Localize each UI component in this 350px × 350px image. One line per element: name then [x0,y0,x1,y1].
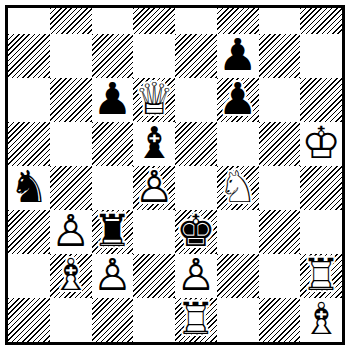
square-a6[interactable] [8,78,50,122]
square-c7[interactable] [92,34,134,78]
square-h3[interactable] [300,210,342,254]
white-bishop-icon: ♗ [301,297,340,341]
square-e4[interactable] [175,166,217,210]
black-pawn-icon: ♟ [93,77,132,121]
square-e1[interactable]: ♜♖ [175,298,217,342]
square-g8[interactable] [259,8,301,34]
piece-white-pawn[interactable]: ♟♙ [50,210,92,254]
square-c6[interactable]: ♟♟ [92,78,134,122]
piece-white-rook[interactable]: ♜♖ [300,254,342,298]
square-g4[interactable] [259,166,301,210]
square-d5[interactable]: ♝♝ [133,122,175,166]
chess-diagram: ♟♟♟♟♛♕♟♟♝♝♚♔♞♞♟♙♞♘♟♙♜♜♚♚♝♗♟♙♟♙♜♖♜♖♝♗ [0,0,350,350]
square-d7[interactable] [133,34,175,78]
white-queen-icon: ♕ [134,77,173,121]
square-e5[interactable] [175,122,217,166]
square-d6[interactable]: ♛♕ [133,78,175,122]
white-pawn-icon: ♙ [51,209,90,253]
square-g1[interactable] [259,298,301,342]
square-f3[interactable] [217,210,259,254]
square-c8[interactable] [92,8,134,34]
square-g7[interactable] [259,34,301,78]
square-c2[interactable]: ♟♙ [92,254,134,298]
square-d3[interactable] [133,210,175,254]
square-a3[interactable] [8,210,50,254]
white-pawn-icon: ♙ [176,253,215,297]
piece-black-bishop[interactable]: ♝♝ [133,122,175,166]
piece-black-rook[interactable]: ♜♜ [92,210,134,254]
piece-black-pawn[interactable]: ♟♟ [217,78,259,122]
square-h4[interactable] [300,166,342,210]
square-d1[interactable] [133,298,175,342]
square-e8[interactable] [175,8,217,34]
square-f7[interactable]: ♟♟ [217,34,259,78]
square-a2[interactable] [8,254,50,298]
piece-black-knight[interactable]: ♞♞ [8,166,50,210]
square-b4[interactable] [50,166,92,210]
square-g6[interactable] [259,78,301,122]
piece-white-pawn[interactable]: ♟♙ [175,254,217,298]
square-b7[interactable] [50,34,92,78]
square-c1[interactable] [92,298,134,342]
square-b5[interactable] [50,122,92,166]
piece-white-queen[interactable]: ♛♕ [133,78,175,122]
square-f6[interactable]: ♟♟ [217,78,259,122]
black-rook-icon: ♜ [93,209,132,253]
square-a7[interactable] [8,34,50,78]
chessboard: ♟♟♟♟♛♕♟♟♝♝♚♔♞♞♟♙♞♘♟♙♜♜♚♚♝♗♟♙♟♙♜♖♜♖♝♗ [8,8,342,342]
chessboard-frame: ♟♟♟♟♛♕♟♟♝♝♚♔♞♞♟♙♞♘♟♙♜♜♚♚♝♗♟♙♟♙♜♖♜♖♝♗ [5,5,345,345]
square-h6[interactable] [300,78,342,122]
piece-white-pawn[interactable]: ♟♙ [92,254,134,298]
square-h5[interactable]: ♚♔ [300,122,342,166]
square-h7[interactable] [300,34,342,78]
square-e2[interactable]: ♟♙ [175,254,217,298]
piece-white-king[interactable]: ♚♔ [300,122,342,166]
square-f4[interactable]: ♞♘ [217,166,259,210]
square-b2[interactable]: ♝♗ [50,254,92,298]
white-bishop-icon: ♗ [51,253,90,297]
square-h1[interactable]: ♝♗ [300,298,342,342]
square-b3[interactable]: ♟♙ [50,210,92,254]
black-bishop-icon: ♝ [134,121,173,165]
square-g2[interactable] [259,254,301,298]
black-knight-icon: ♞ [9,165,48,209]
square-d8[interactable] [133,8,175,34]
square-a4[interactable]: ♞♞ [8,166,50,210]
piece-white-rook[interactable]: ♜♖ [175,298,217,342]
square-e7[interactable] [175,34,217,78]
square-d2[interactable] [133,254,175,298]
piece-white-bishop[interactable]: ♝♗ [50,254,92,298]
square-f2[interactable] [217,254,259,298]
black-king-icon: ♚ [176,209,215,253]
square-e6[interactable] [175,78,217,122]
square-g3[interactable] [259,210,301,254]
piece-white-bishop[interactable]: ♝♗ [300,298,342,342]
piece-white-pawn[interactable]: ♟♙ [133,166,175,210]
square-h2[interactable]: ♜♖ [300,254,342,298]
square-c3[interactable]: ♜♜ [92,210,134,254]
square-f1[interactable] [217,298,259,342]
square-c4[interactable] [92,166,134,210]
white-rook-icon: ♖ [301,253,340,297]
white-rook-icon: ♖ [176,297,215,341]
square-g5[interactable] [259,122,301,166]
white-king-icon: ♔ [301,121,340,165]
square-a8[interactable] [8,8,50,34]
white-pawn-icon: ♙ [134,165,173,209]
piece-white-knight[interactable]: ♞♘ [217,166,259,210]
black-pawn-icon: ♟ [218,77,257,121]
square-d4[interactable]: ♟♙ [133,166,175,210]
square-b8[interactable] [50,8,92,34]
square-c5[interactable] [92,122,134,166]
piece-black-king[interactable]: ♚♚ [175,210,217,254]
white-knight-icon: ♘ [218,165,257,209]
square-b1[interactable] [50,298,92,342]
square-f5[interactable] [217,122,259,166]
square-b6[interactable] [50,78,92,122]
square-h8[interactable] [300,8,342,34]
square-e3[interactable]: ♚♚ [175,210,217,254]
white-pawn-icon: ♙ [93,253,132,297]
piece-black-pawn[interactable]: ♟♟ [217,34,259,78]
square-a1[interactable] [8,298,50,342]
black-pawn-icon: ♟ [218,33,257,77]
piece-black-pawn[interactable]: ♟♟ [92,78,134,122]
square-a5[interactable] [8,122,50,166]
